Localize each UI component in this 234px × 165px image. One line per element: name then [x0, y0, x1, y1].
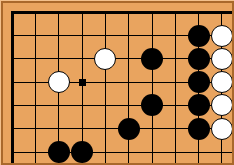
black-stone — [48, 141, 70, 163]
stones-layer — [0, 0, 234, 165]
go-board — [0, 0, 234, 165]
white-stone — [48, 71, 70, 93]
black-stone — [141, 48, 163, 70]
white-stone — [211, 71, 233, 93]
black-stone — [71, 141, 93, 163]
black-stone — [188, 25, 210, 47]
white-stone — [211, 25, 233, 47]
black-stone — [188, 48, 210, 70]
black-stone — [188, 118, 210, 140]
white-stone — [211, 94, 233, 116]
black-stone — [188, 71, 210, 93]
white-stone — [94, 48, 116, 70]
white-stone — [211, 48, 233, 70]
black-stone — [188, 94, 210, 116]
black-stone — [118, 118, 140, 140]
white-stone — [211, 118, 233, 140]
black-stone — [141, 94, 163, 116]
